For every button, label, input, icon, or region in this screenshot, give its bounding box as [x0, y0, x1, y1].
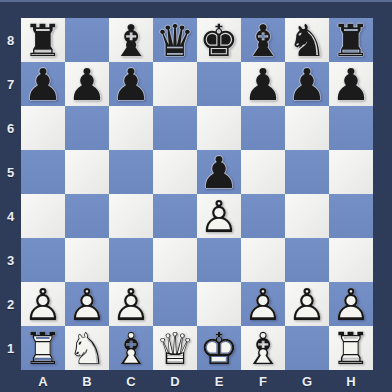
chess-board-panel: { "game": "chess", "position": { "fen": … — [0, 0, 392, 392]
square-c3[interactable] — [109, 238, 153, 282]
black-pawn-piece: ♟ — [21, 62, 65, 106]
square-b7[interactable]: ♟ — [65, 62, 109, 106]
square-g3[interactable] — [285, 238, 329, 282]
square-h2[interactable]: ♟♙ — [329, 282, 373, 326]
square-g7[interactable]: ♟ — [285, 62, 329, 106]
square-a1[interactable]: ♜♖ — [21, 326, 65, 370]
square-a5[interactable] — [21, 150, 65, 194]
black-pawn-piece: ♟ — [241, 62, 285, 106]
rank-label-3: 3 — [0, 238, 21, 282]
white-pawn-piece: ♟♙ — [197, 194, 241, 238]
square-f6[interactable] — [241, 106, 285, 150]
square-a4[interactable] — [21, 194, 65, 238]
file-label-a: A — [21, 370, 65, 392]
white-bishop-piece: ♝♗ — [241, 326, 285, 370]
file-label-h: H — [329, 370, 373, 392]
square-d5[interactable] — [153, 150, 197, 194]
black-queen-piece: ♛ — [153, 18, 197, 62]
square-a8[interactable]: ♜ — [21, 18, 65, 62]
white-king-piece: ♚♔ — [197, 326, 241, 370]
white-pawn-piece: ♟♙ — [285, 282, 329, 326]
black-king-piece: ♚ — [197, 18, 241, 62]
rank-label-4: 4 — [0, 194, 21, 238]
rank-label-8: 8 — [0, 18, 21, 62]
black-pawn-piece: ♟ — [109, 62, 153, 106]
square-d7[interactable] — [153, 62, 197, 106]
white-pawn-piece: ♟♙ — [65, 282, 109, 326]
white-pawn-piece: ♟♙ — [241, 282, 285, 326]
rank-label-2: 2 — [0, 282, 21, 326]
rank-label-7: 7 — [0, 62, 21, 106]
square-c6[interactable] — [109, 106, 153, 150]
white-rook-piece: ♜♖ — [329, 326, 373, 370]
square-h7[interactable]: ♟ — [329, 62, 373, 106]
rank-label-6: 6 — [0, 106, 21, 150]
square-e4[interactable]: ♟♙ — [197, 194, 241, 238]
square-c1[interactable]: ♝♗ — [109, 326, 153, 370]
rank-labels: 8 7 6 5 4 3 2 1 — [0, 18, 21, 370]
square-e7[interactable] — [197, 62, 241, 106]
black-pawn-piece: ♟ — [329, 62, 373, 106]
chess-board: ♜♝♛♚♝♞♜♟♟♟♟♟♟♟♟♙♟♙♟♙♟♙♟♙♟♙♟♙♜♖♞♘♝♗♛♕♚♔♝♗… — [21, 18, 373, 370]
square-a3[interactable] — [21, 238, 65, 282]
file-label-g: G — [285, 370, 329, 392]
square-b2[interactable]: ♟♙ — [65, 282, 109, 326]
square-c8[interactable]: ♝ — [109, 18, 153, 62]
white-bishop-piece: ♝♗ — [109, 326, 153, 370]
rank-label-1: 1 — [0, 326, 21, 370]
square-f4[interactable] — [241, 194, 285, 238]
square-e2[interactable] — [197, 282, 241, 326]
black-knight-piece: ♞ — [285, 18, 329, 62]
file-label-d: D — [153, 370, 197, 392]
square-c7[interactable]: ♟ — [109, 62, 153, 106]
square-g2[interactable]: ♟♙ — [285, 282, 329, 326]
square-e8[interactable]: ♚ — [197, 18, 241, 62]
square-f8[interactable]: ♝ — [241, 18, 285, 62]
square-b6[interactable] — [65, 106, 109, 150]
square-d4[interactable] — [153, 194, 197, 238]
square-a7[interactable]: ♟ — [21, 62, 65, 106]
white-knight-piece: ♞♘ — [65, 326, 109, 370]
black-bishop-piece: ♝ — [241, 18, 285, 62]
black-pawn-piece: ♟ — [197, 150, 241, 194]
black-pawn-piece: ♟ — [65, 62, 109, 106]
square-b3[interactable] — [65, 238, 109, 282]
square-h8[interactable]: ♜ — [329, 18, 373, 62]
rank-label-5: 5 — [0, 150, 21, 194]
black-rook-piece: ♜ — [21, 18, 65, 62]
black-pawn-piece: ♟ — [285, 62, 329, 106]
square-b1[interactable]: ♞♘ — [65, 326, 109, 370]
file-label-c: C — [109, 370, 153, 392]
file-label-e: E — [197, 370, 241, 392]
file-label-f: F — [241, 370, 285, 392]
square-f2[interactable]: ♟♙ — [241, 282, 285, 326]
white-pawn-piece: ♟♙ — [109, 282, 153, 326]
square-h3[interactable] — [329, 238, 373, 282]
square-g4[interactable] — [285, 194, 329, 238]
square-g1[interactable] — [285, 326, 329, 370]
square-d6[interactable] — [153, 106, 197, 150]
square-b8[interactable] — [65, 18, 109, 62]
black-bishop-piece: ♝ — [109, 18, 153, 62]
square-e3[interactable] — [197, 238, 241, 282]
file-labels: A B C D E F G H — [21, 370, 373, 392]
square-g5[interactable] — [285, 150, 329, 194]
square-c5[interactable] — [109, 150, 153, 194]
square-h6[interactable] — [329, 106, 373, 150]
white-pawn-piece: ♟♙ — [21, 282, 65, 326]
square-h4[interactable] — [329, 194, 373, 238]
square-c2[interactable]: ♟♙ — [109, 282, 153, 326]
square-c4[interactable] — [109, 194, 153, 238]
frame-bevel-highlight — [0, 0, 392, 2]
square-g8[interactable]: ♞ — [285, 18, 329, 62]
black-rook-piece: ♜ — [329, 18, 373, 62]
white-queen-piece: ♛♕ — [153, 326, 197, 370]
square-e6[interactable] — [197, 106, 241, 150]
square-f7[interactable]: ♟ — [241, 62, 285, 106]
square-h5[interactable] — [329, 150, 373, 194]
square-b4[interactable] — [65, 194, 109, 238]
square-e5[interactable]: ♟ — [197, 150, 241, 194]
square-a2[interactable]: ♟♙ — [21, 282, 65, 326]
square-d2[interactable] — [153, 282, 197, 326]
square-d8[interactable]: ♛ — [153, 18, 197, 62]
square-h1[interactable]: ♜♖ — [329, 326, 373, 370]
white-rook-piece: ♜♖ — [21, 326, 65, 370]
square-d3[interactable] — [153, 238, 197, 282]
file-label-b: B — [65, 370, 109, 392]
square-b5[interactable] — [65, 150, 109, 194]
square-f5[interactable] — [241, 150, 285, 194]
square-g6[interactable] — [285, 106, 329, 150]
square-f3[interactable] — [241, 238, 285, 282]
square-f1[interactable]: ♝♗ — [241, 326, 285, 370]
square-d1[interactable]: ♛♕ — [153, 326, 197, 370]
square-a6[interactable] — [21, 106, 65, 150]
white-pawn-piece: ♟♙ — [329, 282, 373, 326]
square-e1[interactable]: ♚♔ — [197, 326, 241, 370]
